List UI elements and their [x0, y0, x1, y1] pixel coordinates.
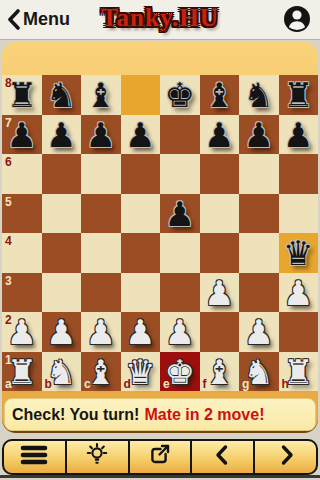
- square-c2[interactable]: ♟: [81, 312, 121, 352]
- square-h5[interactable]: [279, 194, 319, 234]
- file-label-f: f: [203, 378, 207, 390]
- piece-black-pawn: ♟: [81, 115, 121, 155]
- square-f7[interactable]: ♟: [200, 115, 240, 155]
- piece-black-knight: ♞: [239, 75, 279, 115]
- piece-black-bishop: ♝: [200, 75, 240, 115]
- piece-white-pawn: ♟: [42, 312, 82, 352]
- hint-lightbulb-icon: [84, 442, 110, 472]
- menu-icon: [19, 443, 49, 471]
- piece-black-pawn: ♟: [160, 194, 200, 234]
- status-bar: Check! You turn! Mate in 2 move!: [4, 398, 316, 431]
- piece-black-king: ♚: [160, 75, 200, 115]
- file-label-c: c: [84, 378, 91, 390]
- square-c6[interactable]: [81, 154, 121, 194]
- file-label-a: a: [5, 378, 12, 390]
- square-d7[interactable]: ♟: [121, 115, 161, 155]
- square-h6[interactable]: [279, 154, 319, 194]
- square-b1[interactable]: b♞: [42, 352, 82, 392]
- file-label-b: b: [45, 378, 52, 390]
- square-f5[interactable]: [200, 194, 240, 234]
- header: Menu Tanky.HU: [0, 0, 320, 40]
- square-e7[interactable]: [160, 115, 200, 155]
- piece-black-queen: ♛: [279, 233, 319, 273]
- piece-black-bishop: ♝: [81, 75, 121, 115]
- back-chevron-icon: [211, 443, 235, 471]
- square-f8[interactable]: ♝: [200, 75, 240, 115]
- piece-black-pawn: ♟: [200, 115, 240, 155]
- rank-label-5: 5: [5, 196, 12, 208]
- piece-white-pawn: ♟: [279, 273, 319, 313]
- rank-label-8: 8: [5, 77, 12, 89]
- square-f3[interactable]: ♟: [200, 273, 240, 313]
- app-title: Tanky.HU: [101, 4, 219, 32]
- rank-label-4: 4: [5, 235, 12, 247]
- square-a7[interactable]: 7♟: [2, 115, 42, 155]
- profile-person-icon[interactable]: [283, 5, 311, 33]
- square-c8[interactable]: ♝: [81, 75, 121, 115]
- square-h3[interactable]: ♟: [279, 273, 319, 313]
- square-h1[interactable]: h♜: [279, 352, 319, 392]
- square-c1[interactable]: c♝: [81, 352, 121, 392]
- square-d5[interactable]: [121, 194, 161, 234]
- toolbar: [2, 439, 318, 475]
- file-label-g: g: [242, 378, 249, 390]
- square-a6[interactable]: 6: [2, 154, 42, 194]
- square-b5[interactable]: [42, 194, 82, 234]
- square-e8[interactable]: ♚: [160, 75, 200, 115]
- square-e3[interactable]: [160, 273, 200, 313]
- square-e2[interactable]: ♟: [160, 312, 200, 352]
- square-b4[interactable]: [42, 233, 82, 273]
- back-menu-label: Menu: [23, 9, 70, 30]
- square-g5[interactable]: [239, 194, 279, 234]
- piece-black-knight: ♞: [42, 75, 82, 115]
- square-g3[interactable]: [239, 273, 279, 313]
- game-panel: 8♜♞♝♚♝♞♜7♟♟♟♟♟♟♟65♟4♛3♟♟2♟♟♟♟♟♟1a♜b♞c♝d♛…: [2, 42, 318, 433]
- redo-forward-button[interactable]: [253, 441, 316, 473]
- square-g6[interactable]: [239, 154, 279, 194]
- undo-back-button[interactable]: [190, 441, 253, 473]
- square-d3[interactable]: [121, 273, 161, 313]
- square-g2[interactable]: ♟: [239, 312, 279, 352]
- hint-button[interactable]: [65, 441, 128, 473]
- square-e6[interactable]: [160, 154, 200, 194]
- square-c4[interactable]: [81, 233, 121, 273]
- status-mate-text: Mate in 2 move!: [144, 406, 264, 424]
- square-d6[interactable]: [121, 154, 161, 194]
- back-chevron-icon: [7, 9, 20, 30]
- square-b2[interactable]: ♟: [42, 312, 82, 352]
- share-icon: [147, 442, 173, 472]
- back-menu-button[interactable]: Menu: [0, 9, 70, 30]
- rank-label-7: 7: [5, 117, 12, 129]
- square-a1[interactable]: 1a♜: [2, 352, 42, 392]
- file-label-d: d: [124, 378, 131, 390]
- piece-black-pawn: ♟: [279, 115, 319, 155]
- square-a2[interactable]: 2♟: [2, 312, 42, 352]
- square-a8[interactable]: 8♜: [2, 75, 42, 115]
- piece-white-pawn: ♟: [200, 273, 240, 313]
- rank-label-3: 3: [5, 275, 12, 287]
- square-f4[interactable]: [200, 233, 240, 273]
- square-h2[interactable]: [279, 312, 319, 352]
- piece-white-pawn: ♟: [81, 312, 121, 352]
- square-d8[interactable]: [121, 75, 161, 115]
- square-a5[interactable]: 5: [2, 194, 42, 234]
- square-a4[interactable]: 4: [2, 233, 42, 273]
- square-g4[interactable]: [239, 233, 279, 273]
- square-c7[interactable]: ♟: [81, 115, 121, 155]
- share-button[interactable]: [128, 441, 191, 473]
- square-g7[interactable]: ♟: [239, 115, 279, 155]
- piece-black-pawn: ♟: [42, 115, 82, 155]
- square-f6[interactable]: [200, 154, 240, 194]
- square-h4[interactable]: ♛: [279, 233, 319, 273]
- square-e4[interactable]: [160, 233, 200, 273]
- square-h8[interactable]: ♜: [279, 75, 319, 115]
- square-d4[interactable]: [121, 233, 161, 273]
- square-b3[interactable]: [42, 273, 82, 313]
- forward-chevron-icon: [274, 443, 298, 471]
- file-label-e: e: [163, 378, 170, 390]
- square-d2[interactable]: ♟: [121, 312, 161, 352]
- square-d1[interactable]: d♛: [121, 352, 161, 392]
- piece-white-pawn: ♟: [239, 312, 279, 352]
- rank-label-6: 6: [5, 156, 12, 168]
- bottom-strip: [0, 475, 320, 478]
- square-b7[interactable]: ♟: [42, 115, 82, 155]
- square-c5[interactable]: [81, 194, 121, 234]
- square-c3[interactable]: [81, 273, 121, 313]
- square-e1[interactable]: e♚: [160, 352, 200, 392]
- piece-white-pawn: ♟: [160, 312, 200, 352]
- chess-board: 8♜♞♝♚♝♞♜7♟♟♟♟♟♟♟65♟4♛3♟♟2♟♟♟♟♟♟1a♜b♞c♝d♛…: [2, 75, 318, 391]
- square-b6[interactable]: [42, 154, 82, 194]
- square-h7[interactable]: ♟: [279, 115, 319, 155]
- square-e5[interactable]: ♟: [160, 194, 200, 234]
- square-a3[interactable]: 3: [2, 273, 42, 313]
- piece-black-pawn: ♟: [121, 115, 161, 155]
- rank-label-1: 1: [5, 354, 12, 366]
- piece-black-rook: ♜: [279, 75, 319, 115]
- piece-black-pawn: ♟: [239, 115, 279, 155]
- square-f2[interactable]: [200, 312, 240, 352]
- square-g1[interactable]: g♞: [239, 352, 279, 392]
- menu-button[interactable]: [4, 441, 65, 473]
- status-check-text: Check! You turn!: [12, 406, 139, 424]
- piece-white-pawn: ♟: [121, 312, 161, 352]
- square-f1[interactable]: f♝: [200, 352, 240, 392]
- rank-label-2: 2: [5, 314, 12, 326]
- square-b8[interactable]: ♞: [42, 75, 82, 115]
- file-label-h: h: [282, 378, 289, 390]
- square-g8[interactable]: ♞: [239, 75, 279, 115]
